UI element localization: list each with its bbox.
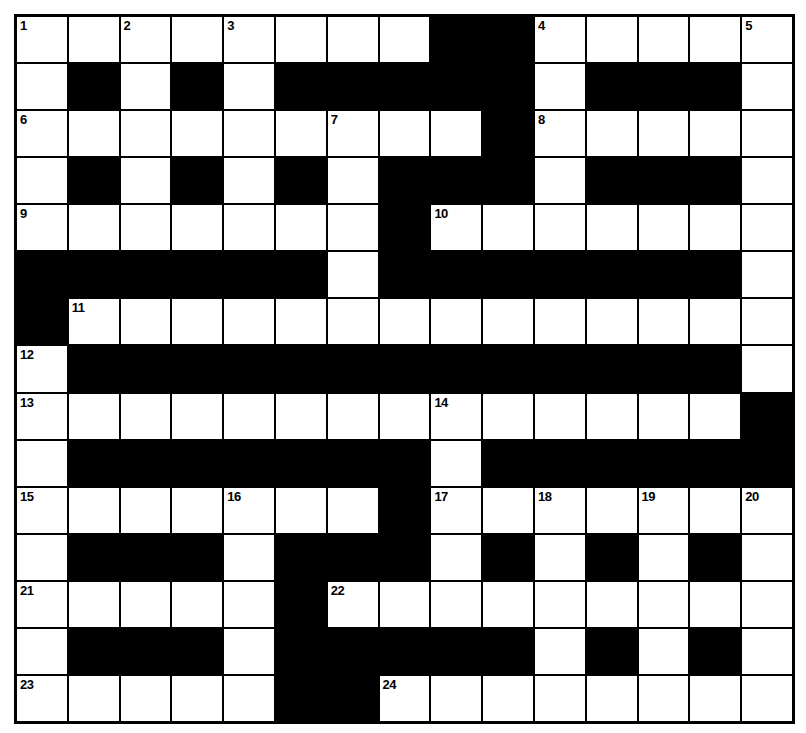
- cell-r15c11[interactable]: [535, 676, 585, 721]
- cell-r12c13[interactable]: [639, 535, 689, 580]
- cell-r12c15[interactable]: [742, 535, 792, 580]
- cell-r7c15[interactable]: [742, 299, 792, 344]
- cell-r8c3: [121, 346, 171, 391]
- cell-r10c9[interactable]: [431, 441, 481, 486]
- clue-number-10: 10: [434, 206, 447, 221]
- cell-r9c8[interactable]: [380, 394, 430, 439]
- cell-r5c15[interactable]: [742, 205, 792, 250]
- clue-number-13: 13: [20, 395, 33, 410]
- cell-r13c14[interactable]: [690, 582, 740, 627]
- cell-r12c14: [690, 535, 740, 580]
- cell-r5c4[interactable]: [172, 205, 222, 250]
- cell-r13c12[interactable]: [587, 582, 637, 627]
- cell-r1c7[interactable]: [328, 17, 378, 62]
- cell-r4c9: [431, 158, 481, 203]
- cell-r14c6: [276, 629, 326, 674]
- cell-r6c8: [380, 252, 430, 297]
- cell-r8c7: [328, 346, 378, 391]
- cell-r1c9: [431, 17, 481, 62]
- cell-r2c11[interactable]: [535, 64, 585, 109]
- cell-r9c11[interactable]: [535, 394, 585, 439]
- cell-r5c6[interactable]: [276, 205, 326, 250]
- cell-r2c12: [587, 64, 637, 109]
- clue-number-1: 1: [20, 18, 27, 33]
- cell-r1c11[interactable]: 4: [535, 17, 585, 62]
- cell-r13c6: [276, 582, 326, 627]
- cell-r2c5[interactable]: [224, 64, 274, 109]
- cell-r7c3[interactable]: [121, 299, 171, 344]
- cell-r9c7[interactable]: [328, 394, 378, 439]
- clue-number-12: 12: [20, 347, 33, 362]
- cell-r14c1[interactable]: [17, 629, 67, 674]
- cell-r4c12: [587, 158, 637, 203]
- cell-r10c8: [380, 441, 430, 486]
- cell-r13c5[interactable]: [224, 582, 274, 627]
- cell-r15c7: [328, 676, 378, 721]
- cell-r14c10: [483, 629, 533, 674]
- cell-r5c10[interactable]: [483, 205, 533, 250]
- cell-r1c6[interactable]: [276, 17, 326, 62]
- cell-r2c3[interactable]: [121, 64, 171, 109]
- clue-number-16: 16: [227, 489, 240, 504]
- cell-r7c6[interactable]: [276, 299, 326, 344]
- cell-r7c1: [17, 299, 67, 344]
- cell-r15c9[interactable]: [431, 676, 481, 721]
- cell-r11c15[interactable]: 20: [742, 488, 792, 533]
- cell-r8c8: [380, 346, 430, 391]
- cell-r5c1[interactable]: 9: [17, 205, 67, 250]
- cell-r9c1[interactable]: 13: [17, 394, 67, 439]
- cell-r13c7[interactable]: 22: [328, 582, 378, 627]
- cell-r9c12[interactable]: [587, 394, 637, 439]
- cell-r1c8[interactable]: [380, 17, 430, 62]
- cell-r9c14[interactable]: [690, 394, 740, 439]
- cell-r13c13[interactable]: [639, 582, 689, 627]
- cell-r1c12[interactable]: [587, 17, 637, 62]
- cell-r12c7: [328, 535, 378, 580]
- cell-r4c11[interactable]: [535, 158, 585, 203]
- cell-r13c4[interactable]: [172, 582, 222, 627]
- cell-r4c15[interactable]: [742, 158, 792, 203]
- cell-r7c7[interactable]: [328, 299, 378, 344]
- cell-r14c4: [172, 629, 222, 674]
- cell-r8c4: [172, 346, 222, 391]
- cell-r6c5: [224, 252, 274, 297]
- cell-r13c3[interactable]: [121, 582, 171, 627]
- clue-number-19: 19: [642, 489, 655, 504]
- cell-r8c13: [639, 346, 689, 391]
- clue-number-6: 6: [20, 112, 27, 127]
- clue-number-18: 18: [538, 489, 551, 504]
- cell-r10c4: [172, 441, 222, 486]
- cell-r7c8[interactable]: [380, 299, 430, 344]
- clue-number-3: 3: [227, 18, 234, 33]
- cell-r4c3[interactable]: [121, 158, 171, 203]
- cell-r3c6[interactable]: [276, 111, 326, 156]
- cell-r13c2[interactable]: [69, 582, 119, 627]
- cell-r6c1: [17, 252, 67, 297]
- cell-r5c5[interactable]: [224, 205, 274, 250]
- cell-r3c4[interactable]: [172, 111, 222, 156]
- cell-r15c10[interactable]: [483, 676, 533, 721]
- cell-r7c12[interactable]: [587, 299, 637, 344]
- cell-r3c10: [483, 111, 533, 156]
- cell-r14c12: [587, 629, 637, 674]
- cell-r8c5: [224, 346, 274, 391]
- cell-r11c12[interactable]: [587, 488, 637, 533]
- cell-r12c9[interactable]: [431, 535, 481, 580]
- cell-r2c9: [431, 64, 481, 109]
- cell-r4c7[interactable]: [328, 158, 378, 203]
- cell-r7c14[interactable]: [690, 299, 740, 344]
- cell-r11c13[interactable]: 19: [639, 488, 689, 533]
- cell-r10c7: [328, 441, 378, 486]
- cell-r1c4[interactable]: [172, 17, 222, 62]
- cell-r6c11: [535, 252, 585, 297]
- cell-r12c11[interactable]: [535, 535, 585, 580]
- cell-r6c3: [121, 252, 171, 297]
- cell-r9c5[interactable]: [224, 394, 274, 439]
- clue-number-15: 15: [20, 489, 33, 504]
- cell-r2c7: [328, 64, 378, 109]
- cell-r7c11[interactable]: [535, 299, 585, 344]
- cell-r5c3[interactable]: [121, 205, 171, 250]
- cell-r6c15[interactable]: [742, 252, 792, 297]
- cell-r10c14: [690, 441, 740, 486]
- crossword-page: 123456789101112131415161718192021222324: [0, 0, 806, 733]
- cell-r10c1[interactable]: [17, 441, 67, 486]
- cell-r8c9: [431, 346, 481, 391]
- cell-r11c1[interactable]: 15: [17, 488, 67, 533]
- clue-number-17: 17: [434, 489, 447, 504]
- cell-r12c10: [483, 535, 533, 580]
- cell-r7c9[interactable]: [431, 299, 481, 344]
- cell-r12c5[interactable]: [224, 535, 274, 580]
- cell-r4c1[interactable]: [17, 158, 67, 203]
- cell-r5c14[interactable]: [690, 205, 740, 250]
- cell-r4c14: [690, 158, 740, 203]
- cell-r8c6: [276, 346, 326, 391]
- cell-r1c14[interactable]: [690, 17, 740, 62]
- cell-r13c1[interactable]: 21: [17, 582, 67, 627]
- cell-r2c4: [172, 64, 222, 109]
- cell-r5c9[interactable]: 10: [431, 205, 481, 250]
- cell-r12c3: [121, 535, 171, 580]
- cell-r5c7[interactable]: [328, 205, 378, 250]
- cell-r9c9[interactable]: 14: [431, 394, 481, 439]
- cell-r2c8: [380, 64, 430, 109]
- cell-r13c15[interactable]: [742, 582, 792, 627]
- cell-r5c13[interactable]: [639, 205, 689, 250]
- cell-r10c2: [69, 441, 119, 486]
- cell-r15c2[interactable]: [69, 676, 119, 721]
- cell-r8c12: [587, 346, 637, 391]
- cell-r5c2[interactable]: [69, 205, 119, 250]
- cell-r8c2: [69, 346, 119, 391]
- cell-r10c11: [535, 441, 585, 486]
- cell-r10c12: [587, 441, 637, 486]
- cell-r2c1[interactable]: [17, 64, 67, 109]
- cell-r15c15[interactable]: [742, 676, 792, 721]
- cell-r6c10: [483, 252, 533, 297]
- cell-r5c8: [380, 205, 430, 250]
- cell-r11c5[interactable]: 16: [224, 488, 274, 533]
- cell-r11c10[interactable]: [483, 488, 533, 533]
- cell-r1c5[interactable]: 3: [224, 17, 274, 62]
- cell-r13c10[interactable]: [483, 582, 533, 627]
- cell-r14c5[interactable]: [224, 629, 274, 674]
- cell-r3c11[interactable]: 8: [535, 111, 585, 156]
- cell-r15c6: [276, 676, 326, 721]
- cell-r10c3: [121, 441, 171, 486]
- cell-r8c15[interactable]: [742, 346, 792, 391]
- cell-r14c9: [431, 629, 481, 674]
- clue-number-24: 24: [383, 677, 396, 692]
- cell-r4c8: [380, 158, 430, 203]
- cell-r11c11[interactable]: 18: [535, 488, 585, 533]
- cell-r2c10: [483, 64, 533, 109]
- cell-r10c6: [276, 441, 326, 486]
- cell-r11c6[interactable]: [276, 488, 326, 533]
- clue-number-11: 11: [72, 300, 85, 315]
- cell-r3c1[interactable]: 6: [17, 111, 67, 156]
- cell-r7c13[interactable]: [639, 299, 689, 344]
- cell-r14c14: [690, 629, 740, 674]
- cell-r6c7[interactable]: [328, 252, 378, 297]
- cell-r1c1[interactable]: 1: [17, 17, 67, 62]
- cell-r13c8[interactable]: [380, 582, 430, 627]
- cell-r10c5: [224, 441, 274, 486]
- cell-r1c13[interactable]: [639, 17, 689, 62]
- cell-r14c13[interactable]: [639, 629, 689, 674]
- cell-r11c9[interactable]: 17: [431, 488, 481, 533]
- cell-r1c10: [483, 17, 533, 62]
- cell-r9c4[interactable]: [172, 394, 222, 439]
- cell-r3c8[interactable]: [380, 111, 430, 156]
- cell-r9c13[interactable]: [639, 394, 689, 439]
- clue-number-9: 9: [20, 206, 27, 221]
- clue-number-21: 21: [20, 583, 33, 598]
- cell-r12c4: [172, 535, 222, 580]
- cell-r3c15[interactable]: [742, 111, 792, 156]
- cell-r12c8: [380, 535, 430, 580]
- cell-r4c5[interactable]: [224, 158, 274, 203]
- cell-r12c12: [587, 535, 637, 580]
- cell-r8c10: [483, 346, 533, 391]
- cell-r14c11[interactable]: [535, 629, 585, 674]
- cell-r6c9: [431, 252, 481, 297]
- cell-r14c15[interactable]: [742, 629, 792, 674]
- cell-r1c15[interactable]: 5: [742, 17, 792, 62]
- cell-r15c4[interactable]: [172, 676, 222, 721]
- cell-r15c14[interactable]: [690, 676, 740, 721]
- cell-r8c11: [535, 346, 585, 391]
- cell-r3c7[interactable]: 7: [328, 111, 378, 156]
- cell-r12c2: [69, 535, 119, 580]
- cell-r15c3[interactable]: [121, 676, 171, 721]
- cell-r4c6: [276, 158, 326, 203]
- clue-number-22: 22: [331, 583, 344, 598]
- cell-r10c15: [742, 441, 792, 486]
- cell-r2c14: [690, 64, 740, 109]
- cell-r14c8: [380, 629, 430, 674]
- cell-r7c4[interactable]: [172, 299, 222, 344]
- cell-r9c2[interactable]: [69, 394, 119, 439]
- clue-number-5: 5: [745, 18, 752, 33]
- crossword-grid: 123456789101112131415161718192021222324: [14, 14, 795, 724]
- cell-r11c8: [380, 488, 430, 533]
- cell-r2c2: [69, 64, 119, 109]
- cell-r3c12[interactable]: [587, 111, 637, 156]
- cell-r14c7: [328, 629, 378, 674]
- cell-r9c10[interactable]: [483, 394, 533, 439]
- cell-r1c3[interactable]: 2: [121, 17, 171, 62]
- cell-r4c13: [639, 158, 689, 203]
- cell-r4c4: [172, 158, 222, 203]
- cell-r10c13: [639, 441, 689, 486]
- cell-r12c1[interactable]: [17, 535, 67, 580]
- cell-r2c13: [639, 64, 689, 109]
- cell-r1c2[interactable]: [69, 17, 119, 62]
- cell-r15c1[interactable]: 23: [17, 676, 67, 721]
- cell-r6c14: [690, 252, 740, 297]
- cell-r6c12: [587, 252, 637, 297]
- cell-r7c10[interactable]: [483, 299, 533, 344]
- cell-r3c2[interactable]: [69, 111, 119, 156]
- cell-r3c14[interactable]: [690, 111, 740, 156]
- cell-r3c5[interactable]: [224, 111, 274, 156]
- cell-r7c2[interactable]: 11: [69, 299, 119, 344]
- cell-r7c5[interactable]: [224, 299, 274, 344]
- cell-r4c2: [69, 158, 119, 203]
- cell-r10c10: [483, 441, 533, 486]
- cell-r15c13[interactable]: [639, 676, 689, 721]
- clue-number-2: 2: [124, 18, 131, 33]
- cell-r5c11[interactable]: [535, 205, 585, 250]
- cell-r13c11[interactable]: [535, 582, 585, 627]
- cell-r5c12[interactable]: [587, 205, 637, 250]
- clue-number-14: 14: [434, 395, 447, 410]
- cell-r12c6: [276, 535, 326, 580]
- cell-r3c13[interactable]: [639, 111, 689, 156]
- cell-r11c14[interactable]: [690, 488, 740, 533]
- cell-r2c6: [276, 64, 326, 109]
- cell-r11c2[interactable]: [69, 488, 119, 533]
- cell-r6c6: [276, 252, 326, 297]
- cell-r13c9[interactable]: [431, 582, 481, 627]
- cell-r15c5[interactable]: [224, 676, 274, 721]
- cell-r11c3[interactable]: [121, 488, 171, 533]
- cell-r8c1[interactable]: 12: [17, 346, 67, 391]
- cell-r3c3[interactable]: [121, 111, 171, 156]
- cell-r9c6[interactable]: [276, 394, 326, 439]
- cell-r9c3[interactable]: [121, 394, 171, 439]
- cell-r6c2: [69, 252, 119, 297]
- cell-r6c13: [639, 252, 689, 297]
- clue-number-23: 23: [20, 677, 33, 692]
- cell-r15c8[interactable]: 24: [380, 676, 430, 721]
- cell-r4c10: [483, 158, 533, 203]
- clue-number-20: 20: [745, 489, 758, 504]
- clue-number-8: 8: [538, 112, 545, 127]
- clue-number-7: 7: [331, 112, 338, 127]
- cell-r11c4[interactable]: [172, 488, 222, 533]
- cell-r8c14: [690, 346, 740, 391]
- cell-r6c4: [172, 252, 222, 297]
- cell-r11c7[interactable]: [328, 488, 378, 533]
- clue-number-4: 4: [538, 18, 545, 33]
- cell-r9c15: [742, 394, 792, 439]
- cell-r14c3: [121, 629, 171, 674]
- cell-r15c12[interactable]: [587, 676, 637, 721]
- cell-r3c9[interactable]: [431, 111, 481, 156]
- cell-r14c2: [69, 629, 119, 674]
- cell-r2c15[interactable]: [742, 64, 792, 109]
